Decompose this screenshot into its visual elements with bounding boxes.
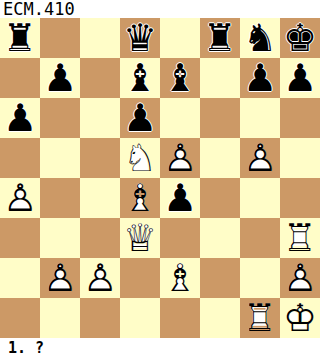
square-c2[interactable]: ♟♙: [80, 258, 120, 298]
black-queen-piece: ♛: [120, 18, 160, 58]
square-c7[interactable]: [80, 58, 120, 98]
square-c3[interactable]: [80, 218, 120, 258]
square-h4[interactable]: [280, 178, 320, 218]
square-d7[interactable]: ♝: [120, 58, 160, 98]
black-pawn-piece: ♟: [0, 98, 40, 138]
black-bishop-piece: ♝: [120, 58, 160, 98]
square-a6[interactable]: ♟: [0, 98, 40, 138]
square-a2[interactable]: [0, 258, 40, 298]
square-g6[interactable]: [240, 98, 280, 138]
black-pawn-piece: ♟: [160, 178, 200, 218]
square-c8[interactable]: [80, 18, 120, 58]
white-pawn-piece: ♟♙: [280, 258, 320, 298]
square-d1[interactable]: [120, 298, 160, 338]
chess-board: ♜♛♜♞♚♟♝♝♟♟♟♟♞♘♟♙♟♙♟♙♝♗♟♛♕♜♖♟♙♟♙♝♗♟♙♜♖♚♔: [0, 18, 320, 338]
square-e7[interactable]: ♝: [160, 58, 200, 98]
square-b2[interactable]: ♟♙: [40, 258, 80, 298]
square-a7[interactable]: [0, 58, 40, 98]
square-h2[interactable]: ♟♙: [280, 258, 320, 298]
black-pawn-piece: ♟: [280, 58, 320, 98]
square-c6[interactable]: [80, 98, 120, 138]
black-knight-piece: ♞: [240, 18, 280, 58]
square-e8[interactable]: [160, 18, 200, 58]
square-g4[interactable]: [240, 178, 280, 218]
square-g5[interactable]: ♟♙: [240, 138, 280, 178]
square-b7[interactable]: ♟: [40, 58, 80, 98]
square-h7[interactable]: ♟: [280, 58, 320, 98]
square-f2[interactable]: [200, 258, 240, 298]
square-d4[interactable]: ♝♗: [120, 178, 160, 218]
white-knight-piece: ♞♘: [120, 138, 160, 178]
square-c4[interactable]: [80, 178, 120, 218]
white-pawn-piece: ♟♙: [40, 258, 80, 298]
square-d3[interactable]: ♛♕: [120, 218, 160, 258]
black-bishop-piece: ♝: [160, 58, 200, 98]
black-rook-piece: ♜: [200, 18, 240, 58]
black-pawn-piece: ♟: [240, 58, 280, 98]
white-pawn-piece: ♟♙: [80, 258, 120, 298]
square-f3[interactable]: [200, 218, 240, 258]
square-d5[interactable]: ♞♘: [120, 138, 160, 178]
square-h6[interactable]: [280, 98, 320, 138]
square-h1[interactable]: ♚♔: [280, 298, 320, 338]
square-f8[interactable]: ♜: [200, 18, 240, 58]
square-g7[interactable]: ♟: [240, 58, 280, 98]
square-a1[interactable]: [0, 298, 40, 338]
square-b4[interactable]: [40, 178, 80, 218]
square-a3[interactable]: [0, 218, 40, 258]
square-e4[interactable]: ♟: [160, 178, 200, 218]
square-h8[interactable]: ♚: [280, 18, 320, 58]
square-d8[interactable]: ♛: [120, 18, 160, 58]
square-f4[interactable]: [200, 178, 240, 218]
square-b3[interactable]: [40, 218, 80, 258]
move-prompt: 1. ?: [8, 338, 44, 360]
square-c5[interactable]: [80, 138, 120, 178]
square-e5[interactable]: ♟♙: [160, 138, 200, 178]
square-g1[interactable]: ♜♖: [240, 298, 280, 338]
square-g3[interactable]: [240, 218, 280, 258]
white-queen-piece: ♛♕: [120, 218, 160, 258]
square-g8[interactable]: ♞: [240, 18, 280, 58]
square-f1[interactable]: [200, 298, 240, 338]
square-f7[interactable]: [200, 58, 240, 98]
square-b6[interactable]: [40, 98, 80, 138]
square-h5[interactable]: [280, 138, 320, 178]
square-g2[interactable]: [240, 258, 280, 298]
square-f5[interactable]: [200, 138, 240, 178]
square-f6[interactable]: [200, 98, 240, 138]
white-rook-piece: ♜♖: [280, 218, 320, 258]
square-e3[interactable]: [160, 218, 200, 258]
white-king-piece: ♚♔: [280, 298, 320, 338]
square-a4[interactable]: ♟♙: [0, 178, 40, 218]
square-e2[interactable]: ♝♗: [160, 258, 200, 298]
square-b1[interactable]: [40, 298, 80, 338]
white-pawn-piece: ♟♙: [160, 138, 200, 178]
square-e1[interactable]: [160, 298, 200, 338]
square-d2[interactable]: [120, 258, 160, 298]
square-e6[interactable]: [160, 98, 200, 138]
square-c1[interactable]: [80, 298, 120, 338]
square-h3[interactable]: ♜♖: [280, 218, 320, 258]
square-b5[interactable]: [40, 138, 80, 178]
black-rook-piece: ♜: [0, 18, 40, 58]
white-bishop-piece: ♝♗: [160, 258, 200, 298]
black-pawn-piece: ♟: [120, 98, 160, 138]
square-b8[interactable]: [40, 18, 80, 58]
white-pawn-piece: ♟♙: [0, 178, 40, 218]
square-a8[interactable]: ♜: [0, 18, 40, 58]
black-king-piece: ♚: [280, 18, 320, 58]
white-bishop-piece: ♝♗: [120, 178, 160, 218]
white-pawn-piece: ♟♙: [240, 138, 280, 178]
square-a5[interactable]: [0, 138, 40, 178]
white-rook-piece: ♜♖: [240, 298, 280, 338]
square-d6[interactable]: ♟: [120, 98, 160, 138]
black-pawn-piece: ♟: [40, 58, 80, 98]
